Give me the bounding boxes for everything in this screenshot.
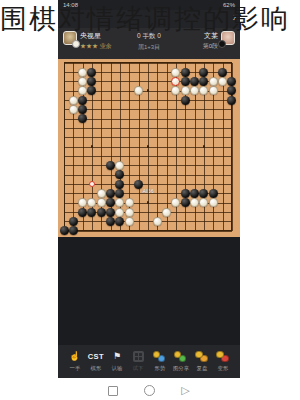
grid-icon <box>133 350 144 363</box>
pointer-icon: ☝ <box>69 350 80 363</box>
flag-icon: ⚑ <box>113 350 121 363</box>
cst-text-icon: CST <box>88 350 105 363</box>
black-stone <box>87 208 96 217</box>
white-stone <box>209 77 218 86</box>
white-stone <box>162 208 171 217</box>
white-stone <box>153 217 162 226</box>
white-stone <box>97 189 106 198</box>
dots-yellow-green-icon <box>174 350 188 363</box>
black-stone <box>69 226 78 235</box>
black-stone <box>115 180 124 189</box>
page-title: 围棋对情绪调控的影响 <box>0 5 300 34</box>
dots-yellow-red-icon <box>216 350 230 363</box>
toolbar-label: 变形 <box>218 364 229 372</box>
black-stone <box>60 226 69 235</box>
dots-yellow-orange-icon <box>195 350 209 363</box>
toolbar-label: 一手 <box>69 364 80 372</box>
app-background <box>58 237 240 345</box>
recents-square-icon[interactable] <box>108 386 118 396</box>
toolbar: ☝一手CST棋形⚑认输试下形势图分享复盘变形 <box>58 345 240 378</box>
white-stone <box>218 77 227 86</box>
white-stone <box>78 68 87 77</box>
right-player-rank: 第0段 <box>203 42 218 51</box>
black-stone <box>190 189 199 198</box>
toolbar-label: 复盘 <box>197 364 208 372</box>
black-stone <box>181 189 190 198</box>
black-stone <box>78 208 87 217</box>
white-stone <box>125 208 134 217</box>
go-board[interactable]: AI56 <box>58 59 240 237</box>
black-stone <box>97 208 106 217</box>
dots-yellow-blue-icon <box>153 350 167 363</box>
toolbar-item-形势[interactable]: 形势 <box>149 350 170 373</box>
toolbar-label: 试下 <box>133 364 144 372</box>
black-stone <box>106 189 115 198</box>
black-stone <box>227 77 236 86</box>
white-stone <box>69 96 78 105</box>
black-stone <box>227 96 236 105</box>
back-triangle-icon[interactable]: ▷ <box>181 385 189 396</box>
black-stone-badge <box>218 40 226 48</box>
black-stone <box>134 180 143 189</box>
toolbar-item-复盘[interactable]: 复盘 <box>192 350 213 373</box>
toolbar-item-棋形[interactable]: CST棋形 <box>85 350 106 373</box>
black-stone <box>181 198 190 207</box>
toolbar-label: 形势 <box>154 364 165 372</box>
phone-screenshot: 14:08 62% › 央视星 ★★★ 业余 0 手数 0 黑1+3目 文某 第… <box>58 0 240 400</box>
black-stone <box>69 217 78 226</box>
home-circle-icon[interactable] <box>144 385 155 396</box>
black-stone <box>106 208 115 217</box>
toolbar-item-一手[interactable]: ☝一手 <box>64 350 85 373</box>
toolbar-item-变形[interactable]: 变形 <box>213 350 234 373</box>
black-stone <box>181 68 190 77</box>
toolbar-label: 图分享 <box>173 364 189 372</box>
white-stone <box>125 217 134 226</box>
black-stone <box>106 161 115 170</box>
black-stone <box>78 96 87 105</box>
toolbar-item-图分享[interactable]: 图分享 <box>170 350 191 373</box>
toolbar-label: 棋形 <box>90 364 101 372</box>
black-stone <box>78 105 87 114</box>
toolbar-item-试下[interactable]: 试下 <box>128 350 149 373</box>
red-ring-marker <box>89 181 95 187</box>
black-stone <box>218 68 227 77</box>
white-stone <box>209 86 218 95</box>
android-nav-bar: ▷ <box>58 381 240 400</box>
black-stone <box>209 189 218 198</box>
black-stone <box>181 77 190 86</box>
black-stone <box>190 77 199 86</box>
black-stone <box>106 217 115 226</box>
toolbar-label: 认输 <box>112 364 123 372</box>
page: 14:08 62% › 央视星 ★★★ 业余 0 手数 0 黑1+3目 文某 第… <box>0 0 300 400</box>
white-stone <box>69 105 78 114</box>
white-stone <box>78 77 87 86</box>
white-stone <box>115 208 124 217</box>
black-stone <box>227 86 236 95</box>
black-stone <box>181 96 190 105</box>
white-stone <box>209 198 218 207</box>
white-stone <box>125 198 134 207</box>
toolbar-item-认输[interactable]: ⚑认输 <box>107 350 128 373</box>
white-stone <box>181 86 190 95</box>
white-stone <box>97 198 106 207</box>
